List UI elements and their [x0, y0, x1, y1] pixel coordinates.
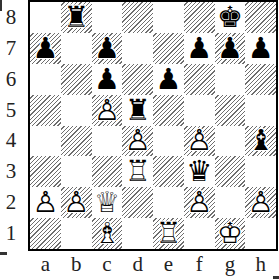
black-queen-halo: ♛	[184, 156, 215, 187]
black-pawn: ♟	[30, 33, 61, 64]
black-rook-halo: ♜	[122, 95, 153, 126]
crop-mark-bottom-right	[273, 276, 279, 279]
square-d4[interactable]: ♟♙	[122, 126, 153, 157]
square-h8[interactable]	[245, 2, 276, 33]
square-a1[interactable]	[30, 218, 61, 249]
square-d2[interactable]	[122, 187, 153, 218]
file-label-c: c	[92, 250, 123, 278]
square-h7[interactable]: ♟♟	[245, 33, 276, 64]
white-bishop-halo: ♝	[92, 218, 123, 249]
white-pawn-halo: ♟	[92, 95, 123, 126]
rank-label-1: 1	[0, 218, 22, 249]
square-h6[interactable]	[245, 64, 276, 95]
square-b3[interactable]	[61, 156, 92, 187]
white-king-halo: ♚	[215, 218, 246, 249]
black-rook: ♜	[122, 95, 153, 126]
square-g4[interactable]	[215, 126, 246, 157]
square-f4[interactable]: ♟♙	[184, 126, 215, 157]
square-d7[interactable]	[122, 33, 153, 64]
white-queen: ♕	[92, 187, 123, 218]
black-pawn: ♟	[153, 64, 184, 95]
file-label-a: a	[30, 250, 61, 278]
square-f7[interactable]: ♟♟	[184, 33, 215, 64]
square-a5[interactable]	[30, 95, 61, 126]
square-h4[interactable]: ♝♝	[245, 126, 276, 157]
square-a7[interactable]: ♟♟	[30, 33, 61, 64]
file-label-b: b	[61, 250, 92, 278]
square-g3[interactable]	[215, 156, 246, 187]
white-pawn: ♙	[92, 95, 123, 126]
square-a6[interactable]	[30, 64, 61, 95]
square-g1[interactable]: ♚♔	[215, 218, 246, 249]
square-h1[interactable]	[245, 218, 276, 249]
black-bishop: ♝	[245, 126, 276, 157]
white-pawn-halo: ♟	[122, 126, 153, 157]
white-pawn-halo: ♟	[184, 126, 215, 157]
square-c3[interactable]	[92, 156, 123, 187]
square-b6[interactable]	[61, 64, 92, 95]
rank-label-3: 3	[0, 156, 22, 187]
square-h5[interactable]	[245, 95, 276, 126]
square-g8[interactable]: ♚♚	[215, 2, 246, 33]
square-f8[interactable]	[184, 2, 215, 33]
white-pawn: ♙	[184, 187, 215, 218]
white-pawn: ♙	[122, 126, 153, 157]
file-label-h: h	[245, 250, 276, 278]
file-label-d: d	[122, 250, 153, 278]
square-e4[interactable]	[153, 126, 184, 157]
rank-label-8: 8	[0, 2, 22, 33]
black-pawn-halo: ♟	[184, 33, 215, 64]
square-e3[interactable]	[153, 156, 184, 187]
white-pawn: ♙	[245, 187, 276, 218]
square-d5[interactable]: ♜♜	[122, 95, 153, 126]
square-f1[interactable]	[184, 218, 215, 249]
rank-label-2: 2	[0, 187, 22, 218]
white-pawn: ♙	[61, 187, 92, 218]
square-c5[interactable]: ♟♙	[92, 95, 123, 126]
square-d3[interactable]: ♜♖	[122, 156, 153, 187]
rank-label-4: 4	[0, 126, 22, 157]
file-labels: abcdefgh	[30, 250, 276, 278]
square-a4[interactable]	[30, 126, 61, 157]
chess-board: ♜♜♚♚♟♟♟♟♟♟♟♟♟♟♟♟♟♟♟♙♜♜♟♙♟♙♝♝♜♖♛♛♟♙♟♙♛♕♟♙…	[28, 0, 278, 251]
black-pawn: ♟	[92, 64, 123, 95]
black-pawn-halo: ♟	[92, 33, 123, 64]
white-pawn: ♙	[184, 126, 215, 157]
square-f6[interactable]	[184, 64, 215, 95]
black-pawn: ♟	[92, 33, 123, 64]
white-rook: ♖	[153, 218, 184, 249]
white-pawn-halo: ♟	[245, 187, 276, 218]
black-king-halo: ♚	[215, 2, 246, 33]
square-c1[interactable]: ♝♗	[92, 218, 123, 249]
square-b2[interactable]: ♟♙	[61, 187, 92, 218]
square-g5[interactable]	[215, 95, 246, 126]
white-pawn-halo: ♟	[184, 187, 215, 218]
square-g2[interactable]	[215, 187, 246, 218]
square-e5[interactable]	[153, 95, 184, 126]
black-pawn: ♟	[245, 33, 276, 64]
square-c8[interactable]	[92, 2, 123, 33]
square-e1[interactable]: ♜♖	[153, 218, 184, 249]
rank-label-6: 6	[0, 64, 22, 95]
white-pawn: ♙	[30, 187, 61, 218]
black-pawn-halo: ♟	[153, 64, 184, 95]
white-rook-halo: ♜	[153, 218, 184, 249]
square-g6[interactable]	[215, 64, 246, 95]
square-h3[interactable]	[245, 156, 276, 187]
white-king: ♔	[215, 218, 246, 249]
square-c2[interactable]: ♛♕	[92, 187, 123, 218]
square-a2[interactable]: ♟♙	[30, 187, 61, 218]
white-rook: ♖	[122, 156, 153, 187]
square-b5[interactable]	[61, 95, 92, 126]
rank-label-7: 7	[0, 33, 22, 64]
square-d6[interactable]	[122, 64, 153, 95]
square-b8[interactable]: ♜♜	[61, 2, 92, 33]
rank-labels: 87654321	[0, 2, 22, 249]
square-b7[interactable]	[61, 33, 92, 64]
black-pawn-halo: ♟	[215, 33, 246, 64]
square-e6[interactable]: ♟♟	[153, 64, 184, 95]
square-e2[interactable]	[153, 187, 184, 218]
square-c6[interactable]: ♟♟	[92, 64, 123, 95]
square-d8[interactable]	[122, 2, 153, 33]
chess-diagram: 87654321 ♜♜♚♚♟♟♟♟♟♟♟♟♟♟♟♟♟♟♟♙♜♜♟♙♟♙♝♝♜♖♛…	[0, 0, 279, 280]
square-c7[interactable]: ♟♟	[92, 33, 123, 64]
black-bishop-halo: ♝	[245, 126, 276, 157]
file-label-g: g	[215, 250, 246, 278]
crop-mark-bottom-left	[0, 252, 7, 255]
square-h2[interactable]: ♟♙	[245, 187, 276, 218]
rank-label-5: 5	[0, 95, 22, 126]
white-pawn-halo: ♟	[61, 187, 92, 218]
black-pawn: ♟	[184, 33, 215, 64]
square-f5[interactable]	[184, 95, 215, 126]
file-label-e: e	[153, 250, 184, 278]
crop-mark-top-left	[0, 0, 2, 11]
black-queen: ♛	[184, 156, 215, 187]
white-bishop: ♗	[92, 218, 123, 249]
square-b1[interactable]	[61, 218, 92, 249]
square-a3[interactable]	[30, 156, 61, 187]
square-d1[interactable]	[122, 218, 153, 249]
square-b4[interactable]	[61, 126, 92, 157]
black-pawn-halo: ♟	[92, 64, 123, 95]
black-pawn-halo: ♟	[245, 33, 276, 64]
square-f2[interactable]: ♟♙	[184, 187, 215, 218]
black-king: ♚	[215, 2, 246, 33]
square-e7[interactable]	[153, 33, 184, 64]
square-f3[interactable]: ♛♛	[184, 156, 215, 187]
white-rook-halo: ♜	[122, 156, 153, 187]
square-a8[interactable]	[30, 2, 61, 33]
square-e8[interactable]	[153, 2, 184, 33]
file-label-f: f	[184, 250, 215, 278]
black-rook-halo: ♜	[61, 2, 92, 33]
square-g7[interactable]: ♟♟	[215, 33, 246, 64]
square-c4[interactable]	[92, 126, 123, 157]
white-pawn-halo: ♟	[30, 187, 61, 218]
black-rook: ♜	[61, 2, 92, 33]
white-queen-halo: ♛	[92, 187, 123, 218]
black-pawn-halo: ♟	[30, 33, 61, 64]
black-pawn: ♟	[215, 33, 246, 64]
